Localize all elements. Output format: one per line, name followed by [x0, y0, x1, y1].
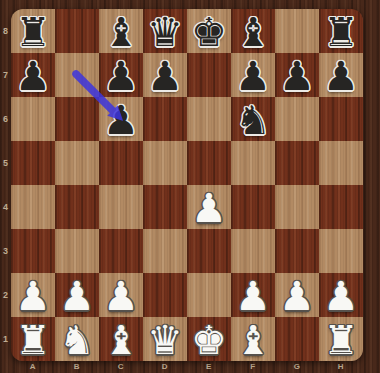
square-e6[interactable] [187, 97, 231, 141]
square-e4[interactable]: ♟ [187, 185, 231, 229]
piece-black-pawn-d7[interactable]: ♟ [143, 53, 187, 97]
piece-black-knight-f6[interactable]: ♞ [231, 97, 275, 141]
square-f5[interactable] [231, 141, 275, 185]
square-c8[interactable]: ♝ [99, 9, 143, 53]
file-label-a: A [11, 360, 55, 373]
square-e3[interactable] [187, 229, 231, 273]
piece-white-king-e1[interactable]: ♚ [187, 317, 231, 361]
square-f2[interactable]: ♟ [231, 273, 275, 317]
piece-black-pawn-g7[interactable]: ♟ [275, 53, 319, 97]
square-d1[interactable]: ♛ [143, 317, 187, 361]
piece-black-king-e8[interactable]: ♚ [187, 9, 231, 53]
piece-white-pawn-b2[interactable]: ♟ [55, 273, 99, 317]
piece-black-pawn-a7[interactable]: ♟ [11, 53, 55, 97]
piece-black-rook-h8[interactable]: ♜ [319, 9, 363, 53]
square-h1[interactable]: ♜ [319, 317, 363, 361]
square-b7[interactable] [55, 53, 99, 97]
square-h6[interactable] [319, 97, 363, 141]
square-b5[interactable] [55, 141, 99, 185]
square-b2[interactable]: ♟ [55, 273, 99, 317]
piece-black-rook-a8[interactable]: ♜ [11, 9, 55, 53]
square-a7[interactable]: ♟ [11, 53, 55, 97]
square-g5[interactable] [275, 141, 319, 185]
square-c7[interactable]: ♟ [99, 53, 143, 97]
square-g6[interactable] [275, 97, 319, 141]
piece-white-pawn-e4[interactable]: ♟ [187, 185, 231, 229]
square-h5[interactable] [319, 141, 363, 185]
square-b4[interactable] [55, 185, 99, 229]
square-b6[interactable] [55, 97, 99, 141]
square-c2[interactable]: ♟ [99, 273, 143, 317]
square-g4[interactable] [275, 185, 319, 229]
file-label-f: F [231, 360, 275, 373]
square-c6[interactable]: ♟ [99, 97, 143, 141]
square-d2[interactable] [143, 273, 187, 317]
square-c1[interactable]: ♝ [99, 317, 143, 361]
square-h8[interactable]: ♜ [319, 9, 363, 53]
rank-label-7: 7 [0, 53, 11, 97]
square-g1[interactable] [275, 317, 319, 361]
square-h7[interactable]: ♟ [319, 53, 363, 97]
piece-white-pawn-c2[interactable]: ♟ [99, 273, 143, 317]
square-a8[interactable]: ♜ [11, 9, 55, 53]
square-f3[interactable] [231, 229, 275, 273]
piece-black-bishop-c8[interactable]: ♝ [99, 9, 143, 53]
square-e5[interactable] [187, 141, 231, 185]
piece-white-rook-h1[interactable]: ♜ [319, 317, 363, 361]
rank-labels: 87654321 [0, 9, 11, 361]
file-label-h: H [319, 360, 363, 373]
square-e2[interactable] [187, 273, 231, 317]
square-b8[interactable] [55, 9, 99, 53]
chess-board: ♜♝♛♚♝♜♟♟♟♟♟♟♟♞♟♟♟♟♟♟♟♜♞♝♛♚♝♜ [11, 9, 363, 361]
rank-label-5: 5 [0, 141, 11, 185]
piece-white-rook-a1[interactable]: ♜ [11, 317, 55, 361]
square-c5[interactable] [99, 141, 143, 185]
square-a3[interactable] [11, 229, 55, 273]
rank-label-1: 1 [0, 317, 11, 361]
piece-black-pawn-h7[interactable]: ♟ [319, 53, 363, 97]
square-e7[interactable] [187, 53, 231, 97]
square-c4[interactable] [99, 185, 143, 229]
square-f1[interactable]: ♝ [231, 317, 275, 361]
piece-black-pawn-c7[interactable]: ♟ [99, 53, 143, 97]
square-e8[interactable]: ♚ [187, 9, 231, 53]
square-g2[interactable]: ♟ [275, 273, 319, 317]
square-c3[interactable] [99, 229, 143, 273]
square-d4[interactable] [143, 185, 187, 229]
square-a6[interactable] [11, 97, 55, 141]
square-d8[interactable]: ♛ [143, 9, 187, 53]
file-labels: ABCDEFGH [11, 360, 363, 373]
piece-white-bishop-f1[interactable]: ♝ [231, 317, 275, 361]
square-a2[interactable]: ♟ [11, 273, 55, 317]
piece-white-pawn-h2[interactable]: ♟ [319, 273, 363, 317]
file-label-d: D [143, 360, 187, 373]
rank-label-3: 3 [0, 229, 11, 273]
square-b1[interactable]: ♞ [55, 317, 99, 361]
piece-white-knight-b1[interactable]: ♞ [55, 317, 99, 361]
rank-label-2: 2 [0, 273, 11, 317]
square-d5[interactable] [143, 141, 187, 185]
square-e1[interactable]: ♚ [187, 317, 231, 361]
file-label-e: E [187, 360, 231, 373]
piece-white-queen-d1[interactable]: ♛ [143, 317, 187, 361]
square-d7[interactable]: ♟ [143, 53, 187, 97]
square-g8[interactable] [275, 9, 319, 53]
square-h4[interactable] [319, 185, 363, 229]
file-label-g: G [275, 360, 319, 373]
square-a5[interactable] [11, 141, 55, 185]
square-a4[interactable] [11, 185, 55, 229]
piece-white-pawn-f2[interactable]: ♟ [231, 273, 275, 317]
file-label-b: B [55, 360, 99, 373]
rank-label-6: 6 [0, 97, 11, 141]
piece-white-pawn-g2[interactable]: ♟ [275, 273, 319, 317]
square-f7[interactable]: ♟ [231, 53, 275, 97]
board-widget: 87654321 ABCDEFGH ♜♝♛♚♝♜♟♟♟♟♟♟♟♞♟♟♟♟♟♟♟♜… [0, 0, 380, 373]
rank-label-4: 4 [0, 185, 11, 229]
piece-white-bishop-c1[interactable]: ♝ [99, 317, 143, 361]
file-label-c: C [99, 360, 143, 373]
square-d6[interactable] [143, 97, 187, 141]
square-d3[interactable] [143, 229, 187, 273]
square-f8[interactable]: ♝ [231, 9, 275, 53]
piece-black-pawn-f7[interactable]: ♟ [231, 53, 275, 97]
square-h3[interactable] [319, 229, 363, 273]
piece-black-pawn-c6[interactable]: ♟ [99, 97, 143, 141]
rank-label-8: 8 [0, 9, 11, 53]
piece-black-queen-d8[interactable]: ♛ [143, 9, 187, 53]
square-f4[interactable] [231, 185, 275, 229]
square-h2[interactable]: ♟ [319, 273, 363, 317]
square-g3[interactable] [275, 229, 319, 273]
square-a1[interactable]: ♜ [11, 317, 55, 361]
square-g7[interactable]: ♟ [275, 53, 319, 97]
square-f6[interactable]: ♞ [231, 97, 275, 141]
square-b3[interactable] [55, 229, 99, 273]
piece-black-bishop-f8[interactable]: ♝ [231, 9, 275, 53]
piece-white-pawn-a2[interactable]: ♟ [11, 273, 55, 317]
